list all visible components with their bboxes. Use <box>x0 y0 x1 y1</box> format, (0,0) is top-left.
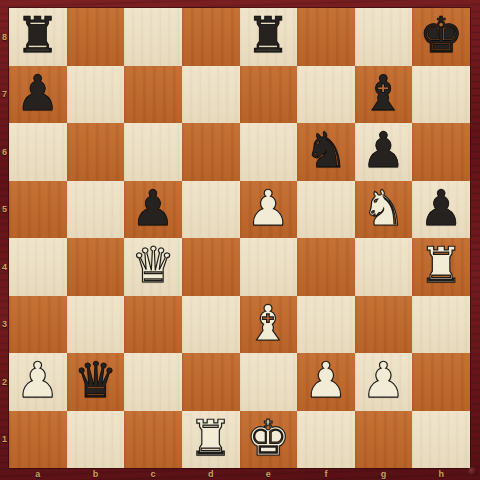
piece-black-rook-a8[interactable]: ♜ <box>16 11 60 60</box>
file-label-g: g <box>355 468 413 480</box>
rank-label-5: 5 <box>0 181 9 239</box>
square-b6[interactable] <box>67 123 125 181</box>
square-d8[interactable] <box>182 8 240 66</box>
piece-white-pawn-g2[interactable]: ♟ <box>362 356 406 405</box>
file-label-e: e <box>240 468 298 480</box>
rank-label-1: 1 <box>0 411 9 469</box>
square-b5[interactable] <box>67 181 125 239</box>
square-c4[interactable]: ♛ <box>124 238 182 296</box>
square-e2[interactable] <box>240 353 298 411</box>
rank-labels: 87654321 <box>0 8 9 468</box>
square-g8[interactable] <box>355 8 413 66</box>
square-g1[interactable] <box>355 411 413 469</box>
square-c1[interactable] <box>124 411 182 469</box>
piece-black-bishop-g7[interactable]: ♝ <box>362 69 406 118</box>
square-d5[interactable] <box>182 181 240 239</box>
square-a2[interactable]: ♟ <box>9 353 67 411</box>
piece-black-pawn-g6[interactable]: ♟ <box>362 126 406 175</box>
square-f6[interactable]: ♞ <box>297 123 355 181</box>
square-e6[interactable] <box>240 123 298 181</box>
square-g6[interactable]: ♟ <box>355 123 413 181</box>
square-b8[interactable] <box>67 8 125 66</box>
square-d3[interactable] <box>182 296 240 354</box>
piece-black-king-h8[interactable]: ♚ <box>419 11 463 60</box>
square-h4[interactable]: ♜ <box>412 238 470 296</box>
piece-white-bishop-e3[interactable]: ♝ <box>246 299 290 348</box>
piece-white-rook-h4[interactable]: ♜ <box>419 241 463 290</box>
piece-white-queen-c4[interactable]: ♛ <box>131 241 175 290</box>
square-g4[interactable] <box>355 238 413 296</box>
square-a4[interactable] <box>9 238 67 296</box>
square-d6[interactable] <box>182 123 240 181</box>
chess-board-frame: 87654321 ♜♜♚♟♝♞♟♟♟♞♟♛♜♝♟♛♟♟♜♚ abcdefgh <box>0 0 480 480</box>
square-b3[interactable] <box>67 296 125 354</box>
square-g5[interactable]: ♞ <box>355 181 413 239</box>
square-g2[interactable]: ♟ <box>355 353 413 411</box>
square-d1[interactable]: ♜ <box>182 411 240 469</box>
piece-white-knight-g5[interactable]: ♞ <box>362 184 406 233</box>
square-h7[interactable] <box>412 66 470 124</box>
square-d7[interactable] <box>182 66 240 124</box>
square-g3[interactable] <box>355 296 413 354</box>
piece-black-queen-b2[interactable]: ♛ <box>73 356 117 405</box>
square-d2[interactable] <box>182 353 240 411</box>
rank-label-8: 8 <box>0 8 9 66</box>
chess-board: ♜♜♚♟♝♞♟♟♟♞♟♛♜♝♟♛♟♟♜♚ <box>9 8 470 468</box>
square-f4[interactable] <box>297 238 355 296</box>
piece-white-pawn-e5[interactable]: ♟ <box>246 184 290 233</box>
rank-label-2: 2 <box>0 353 9 411</box>
piece-white-pawn-a2[interactable]: ♟ <box>16 356 60 405</box>
file-label-f: f <box>297 468 355 480</box>
square-c2[interactable] <box>124 353 182 411</box>
rank-label-7: 7 <box>0 66 9 124</box>
square-f8[interactable] <box>297 8 355 66</box>
square-h2[interactable] <box>412 353 470 411</box>
border-corner-mark <box>468 467 477 476</box>
square-b7[interactable] <box>67 66 125 124</box>
square-b1[interactable] <box>67 411 125 469</box>
square-c6[interactable] <box>124 123 182 181</box>
rank-label-3: 3 <box>0 296 9 354</box>
square-e1[interactable]: ♚ <box>240 411 298 469</box>
square-c7[interactable] <box>124 66 182 124</box>
square-e7[interactable] <box>240 66 298 124</box>
square-d4[interactable] <box>182 238 240 296</box>
piece-black-rook-e8[interactable]: ♜ <box>246 11 290 60</box>
file-labels: abcdefgh <box>9 468 470 480</box>
rank-label-6: 6 <box>0 123 9 181</box>
square-h1[interactable] <box>412 411 470 469</box>
piece-black-knight-f6[interactable]: ♞ <box>304 126 348 175</box>
file-label-c: c <box>124 468 182 480</box>
square-e8[interactable]: ♜ <box>240 8 298 66</box>
square-h3[interactable] <box>412 296 470 354</box>
square-c8[interactable] <box>124 8 182 66</box>
square-h6[interactable] <box>412 123 470 181</box>
square-c3[interactable] <box>124 296 182 354</box>
square-c5[interactable]: ♟ <box>124 181 182 239</box>
file-label-b: b <box>67 468 125 480</box>
file-label-d: d <box>182 468 240 480</box>
square-a1[interactable] <box>9 411 67 469</box>
square-f3[interactable] <box>297 296 355 354</box>
square-a6[interactable] <box>9 123 67 181</box>
square-g7[interactable]: ♝ <box>355 66 413 124</box>
piece-white-rook-d1[interactable]: ♜ <box>189 414 233 463</box>
square-h5[interactable]: ♟ <box>412 181 470 239</box>
file-label-a: a <box>9 468 67 480</box>
piece-black-pawn-a7[interactable]: ♟ <box>16 69 60 118</box>
square-b4[interactable] <box>67 238 125 296</box>
square-a5[interactable] <box>9 181 67 239</box>
square-h8[interactable]: ♚ <box>412 8 470 66</box>
square-a7[interactable]: ♟ <box>9 66 67 124</box>
square-f5[interactable] <box>297 181 355 239</box>
square-f1[interactable] <box>297 411 355 469</box>
square-e5[interactable]: ♟ <box>240 181 298 239</box>
square-e4[interactable] <box>240 238 298 296</box>
rank-label-4: 4 <box>0 238 9 296</box>
piece-black-pawn-c5[interactable]: ♟ <box>131 184 175 233</box>
square-f7[interactable] <box>297 66 355 124</box>
piece-black-pawn-h5[interactable]: ♟ <box>419 184 463 233</box>
square-b2[interactable]: ♛ <box>67 353 125 411</box>
square-a8[interactable]: ♜ <box>9 8 67 66</box>
square-a3[interactable] <box>9 296 67 354</box>
piece-white-pawn-f2[interactable]: ♟ <box>304 356 348 405</box>
square-f2[interactable]: ♟ <box>297 353 355 411</box>
piece-white-king-e1[interactable]: ♚ <box>246 414 290 463</box>
file-label-h: h <box>412 468 470 480</box>
square-e3[interactable]: ♝ <box>240 296 298 354</box>
